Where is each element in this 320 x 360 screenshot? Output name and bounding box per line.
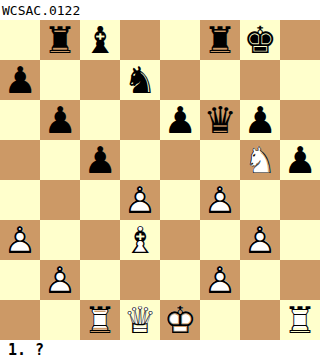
square-e6[interactable]: ♟ [160, 100, 200, 140]
piece-outline-glyph: ♙ [200, 180, 240, 220]
white-rook[interactable]: ♜♖ [280, 300, 320, 340]
white-bishop[interactable]: ♝♗ [120, 220, 160, 260]
square-c5[interactable]: ♟ [80, 140, 120, 180]
square-b2[interactable]: ♟♙ [40, 260, 80, 300]
title-bar: WCSAC.0122 [0, 0, 320, 20]
square-a5[interactable] [0, 140, 40, 180]
square-b3[interactable] [40, 220, 80, 260]
puzzle-id: WCSAC.0122 [2, 3, 80, 18]
square-a4[interactable] [0, 180, 40, 220]
square-f4[interactable]: ♟♙ [200, 180, 240, 220]
white-king[interactable]: ♚♔ [160, 300, 200, 340]
square-a3[interactable]: ♟♙ [0, 220, 40, 260]
square-b5[interactable] [40, 140, 80, 180]
black-knight[interactable]: ♞ [120, 60, 160, 100]
white-pawn[interactable]: ♟♙ [200, 180, 240, 220]
black-rook[interactable]: ♜ [40, 20, 80, 60]
square-a1[interactable] [0, 300, 40, 340]
square-h3[interactable] [280, 220, 320, 260]
square-a8[interactable] [0, 20, 40, 60]
piece-outline-glyph: ♖ [80, 300, 120, 340]
piece-glyph: ♟ [40, 100, 80, 140]
square-d4[interactable]: ♟♙ [120, 180, 160, 220]
square-f2[interactable]: ♟♙ [200, 260, 240, 300]
piece-glyph: ♝ [80, 20, 120, 60]
piece-outline-glyph: ♘ [240, 140, 280, 180]
black-pawn[interactable]: ♟ [160, 100, 200, 140]
square-h7[interactable] [280, 60, 320, 100]
black-king[interactable]: ♚ [240, 20, 280, 60]
square-c2[interactable] [80, 260, 120, 300]
square-b7[interactable] [40, 60, 80, 100]
square-g3[interactable]: ♟♙ [240, 220, 280, 260]
square-g2[interactable] [240, 260, 280, 300]
white-knight[interactable]: ♞♘ [240, 140, 280, 180]
square-h8[interactable] [280, 20, 320, 60]
square-d6[interactable] [120, 100, 160, 140]
square-f6[interactable]: ♛ [200, 100, 240, 140]
piece-glyph: ♞ [120, 60, 160, 100]
square-b4[interactable] [40, 180, 80, 220]
square-h5[interactable]: ♟ [280, 140, 320, 180]
square-g5[interactable]: ♞♘ [240, 140, 280, 180]
square-g1[interactable] [240, 300, 280, 340]
white-pawn[interactable]: ♟♙ [240, 220, 280, 260]
square-e8[interactable] [160, 20, 200, 60]
black-bishop[interactable]: ♝ [80, 20, 120, 60]
white-pawn[interactable]: ♟♙ [200, 260, 240, 300]
square-c7[interactable] [80, 60, 120, 100]
move-prompt: 1. ? [8, 341, 44, 359]
piece-glyph: ♜ [200, 20, 240, 60]
square-f5[interactable] [200, 140, 240, 180]
square-d5[interactable] [120, 140, 160, 180]
square-b1[interactable] [40, 300, 80, 340]
square-d8[interactable] [120, 20, 160, 60]
black-pawn[interactable]: ♟ [280, 140, 320, 180]
black-pawn[interactable]: ♟ [80, 140, 120, 180]
black-pawn[interactable]: ♟ [240, 100, 280, 140]
piece-glyph: ♚ [240, 20, 280, 60]
square-d3[interactable]: ♝♗ [120, 220, 160, 260]
square-e4[interactable] [160, 180, 200, 220]
square-f1[interactable] [200, 300, 240, 340]
square-g8[interactable]: ♚ [240, 20, 280, 60]
piece-glyph: ♟ [80, 140, 120, 180]
square-g7[interactable] [240, 60, 280, 100]
square-h6[interactable] [280, 100, 320, 140]
piece-glyph: ♟ [240, 100, 280, 140]
black-rook[interactable]: ♜ [200, 20, 240, 60]
piece-outline-glyph: ♙ [0, 220, 40, 260]
square-h1[interactable]: ♜♖ [280, 300, 320, 340]
square-a6[interactable] [0, 100, 40, 140]
piece-outline-glyph: ♔ [160, 300, 200, 340]
square-e3[interactable] [160, 220, 200, 260]
piece-outline-glyph: ♙ [40, 260, 80, 300]
square-f8[interactable]: ♜ [200, 20, 240, 60]
square-a2[interactable] [0, 260, 40, 300]
black-pawn[interactable]: ♟ [0, 60, 40, 100]
piece-outline-glyph: ♙ [120, 180, 160, 220]
piece-outline-glyph: ♖ [280, 300, 320, 340]
square-g4[interactable] [240, 180, 280, 220]
square-e7[interactable] [160, 60, 200, 100]
square-b6[interactable]: ♟ [40, 100, 80, 140]
black-pawn[interactable]: ♟ [40, 100, 80, 140]
white-rook[interactable]: ♜♖ [80, 300, 120, 340]
square-f7[interactable] [200, 60, 240, 100]
square-e2[interactable] [160, 260, 200, 300]
white-pawn[interactable]: ♟♙ [0, 220, 40, 260]
black-queen[interactable]: ♛ [200, 100, 240, 140]
white-queen[interactable]: ♛♕ [120, 300, 160, 340]
square-d2[interactable] [120, 260, 160, 300]
chess-board: ♜♝♜♚♟♞♟♟♛♟♟♞♘♟♟♙♟♙♟♙♝♗♟♙♟♙♟♙♜♖♛♕♚♔♜♖ [0, 20, 320, 340]
piece-outline-glyph: ♙ [200, 260, 240, 300]
square-d7[interactable]: ♞ [120, 60, 160, 100]
square-e1[interactable]: ♚♔ [160, 300, 200, 340]
square-a7[interactable]: ♟ [0, 60, 40, 100]
piece-glyph: ♟ [280, 140, 320, 180]
white-pawn[interactable]: ♟♙ [40, 260, 80, 300]
piece-glyph: ♜ [40, 20, 80, 60]
square-e5[interactable] [160, 140, 200, 180]
piece-outline-glyph: ♗ [120, 220, 160, 260]
piece-outline-glyph: ♕ [120, 300, 160, 340]
square-f3[interactable] [200, 220, 240, 260]
piece-outline-glyph: ♙ [240, 220, 280, 260]
move-bar: 1. ? [0, 340, 320, 360]
piece-glyph: ♛ [200, 100, 240, 140]
square-c1[interactable]: ♜♖ [80, 300, 120, 340]
square-c4[interactable] [80, 180, 120, 220]
square-c8[interactable]: ♝ [80, 20, 120, 60]
white-pawn[interactable]: ♟♙ [120, 180, 160, 220]
square-h4[interactable] [280, 180, 320, 220]
square-b8[interactable]: ♜ [40, 20, 80, 60]
piece-glyph: ♟ [0, 60, 40, 100]
square-g6[interactable]: ♟ [240, 100, 280, 140]
square-d1[interactable]: ♛♕ [120, 300, 160, 340]
square-h2[interactable] [280, 260, 320, 300]
piece-glyph: ♟ [160, 100, 200, 140]
square-c3[interactable] [80, 220, 120, 260]
square-c6[interactable] [80, 100, 120, 140]
